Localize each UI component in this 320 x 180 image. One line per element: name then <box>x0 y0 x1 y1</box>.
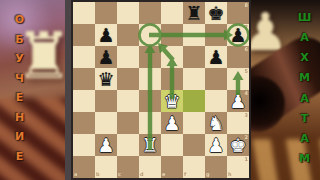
square-e2[interactable] <box>161 134 183 156</box>
piece-black-pawn: ♟ <box>205 46 227 68</box>
square-a7[interactable] <box>73 24 95 46</box>
square-b3[interactable] <box>95 112 117 134</box>
piece-white-knight: ♞ <box>205 112 227 134</box>
title-letter: М <box>299 153 310 164</box>
piece-black-king: ♚ <box>205 2 227 24</box>
square-c7[interactable] <box>117 24 139 46</box>
square-f3[interactable] <box>183 112 205 134</box>
square-a2[interactable] <box>73 134 95 156</box>
square-f1[interactable] <box>183 156 205 178</box>
piece-black-pawn: ♟ <box>95 24 117 46</box>
title-letter: М <box>299 72 310 83</box>
piece-black-rook: ♜ <box>183 2 205 24</box>
square-a5[interactable] <box>73 68 95 90</box>
square-e7[interactable] <box>161 24 183 46</box>
square-c3[interactable] <box>117 112 139 134</box>
square-e3[interactable]: ♟ <box>161 112 183 134</box>
square-b8[interactable] <box>95 2 117 24</box>
file-coordinate-g: g <box>206 172 210 177</box>
square-g6[interactable]: ♟ <box>205 46 227 68</box>
square-d2[interactable]: ♜ <box>139 134 161 156</box>
square-g4[interactable] <box>205 90 227 112</box>
title-letter: Ч <box>15 73 24 84</box>
square-c8[interactable] <box>117 2 139 24</box>
square-e6[interactable] <box>161 46 183 68</box>
piece-white-pawn: ♟ <box>95 134 117 156</box>
rank-coordinate-5: 5 <box>245 69 248 74</box>
square-e4[interactable]: ♛ <box>161 90 183 112</box>
title-letter: Т <box>301 113 309 124</box>
title-letter: Е <box>16 151 24 162</box>
title-letter: А <box>300 32 309 43</box>
title-letter: Х <box>300 52 308 63</box>
piece-white-pawn: ♟ <box>161 112 183 134</box>
rank-coordinate-8: 8 <box>245 3 248 8</box>
file-coordinate-a: a <box>74 172 77 177</box>
square-c2[interactable] <box>117 134 139 156</box>
square-c5[interactable] <box>117 68 139 90</box>
square-d7[interactable] <box>139 24 161 46</box>
square-f5[interactable] <box>183 68 205 90</box>
file-coordinate-c: c <box>118 172 121 177</box>
chess-board: ♜♚♟♟♟♟♛♛♟♟♞♟♜♟♚ 87654321abcdefgh <box>71 0 251 180</box>
square-d3[interactable] <box>139 112 161 134</box>
square-g8[interactable]: ♚ <box>205 2 227 24</box>
square-g7[interactable] <box>205 24 227 46</box>
title-letter: Е <box>16 92 24 103</box>
square-c4[interactable] <box>117 90 139 112</box>
rank-coordinate-4: 4 <box>245 91 248 96</box>
square-f2[interactable] <box>183 134 205 156</box>
left-vertical-title: ОБУЧЕНИЕ <box>11 14 28 162</box>
square-d4[interactable] <box>139 90 161 112</box>
rank-coordinate-1: 1 <box>245 157 248 162</box>
board-grid: ♜♚♟♟♟♟♛♛♟♟♞♟♜♟♚ <box>73 2 249 178</box>
square-f8[interactable]: ♜ <box>183 2 205 24</box>
piece-black-pawn: ♟ <box>95 46 117 68</box>
square-f6[interactable] <box>183 46 205 68</box>
square-c6[interactable] <box>117 46 139 68</box>
square-d6[interactable] <box>139 46 161 68</box>
square-a8[interactable] <box>73 2 95 24</box>
file-coordinate-e: e <box>162 172 165 177</box>
piece-white-rook: ♜ <box>139 134 161 156</box>
square-g2[interactable]: ♟ <box>205 134 227 156</box>
square-b6[interactable]: ♟ <box>95 46 117 68</box>
title-letter: А <box>300 93 309 104</box>
square-a3[interactable] <box>73 112 95 134</box>
square-b4[interactable] <box>95 90 117 112</box>
piece-black-queen: ♛ <box>95 68 117 90</box>
square-e8[interactable] <box>161 2 183 24</box>
square-b2[interactable]: ♟ <box>95 134 117 156</box>
title-letter: Н <box>15 112 24 123</box>
right-vertical-title: ШАХМАТАМ <box>296 12 313 164</box>
square-b7[interactable]: ♟ <box>95 24 117 46</box>
square-d5[interactable] <box>139 68 161 90</box>
title-letter: У <box>15 53 23 64</box>
title-letter: А <box>300 133 309 144</box>
title-letter: Б <box>15 34 23 45</box>
file-coordinate-h: h <box>228 172 232 177</box>
file-coordinate-f: f <box>184 172 186 177</box>
file-coordinate-d: d <box>140 172 144 177</box>
rank-coordinate-3: 3 <box>245 113 248 118</box>
piece-white-queen: ♛ <box>161 90 183 112</box>
rank-coordinate-6: 6 <box>245 47 248 52</box>
square-g5[interactable] <box>205 68 227 90</box>
file-coordinate-b: b <box>96 172 100 177</box>
square-d8[interactable] <box>139 2 161 24</box>
title-letter: И <box>15 131 24 142</box>
square-f4[interactable] <box>183 90 205 112</box>
title-letter: О <box>15 14 24 25</box>
square-e5[interactable] <box>161 68 183 90</box>
rank-coordinate-7: 7 <box>245 25 248 30</box>
square-b5[interactable]: ♛ <box>95 68 117 90</box>
square-g3[interactable]: ♞ <box>205 112 227 134</box>
video-frame: ♜ ♟ ОБУЧЕНИЕ ШАХМАТАМ ♜♚♟♟♟♟♛♛♟♟♞♟♜♟♚ 87… <box>0 0 320 180</box>
title-letter: Ш <box>298 12 312 23</box>
square-f7[interactable] <box>183 24 205 46</box>
piece-white-pawn: ♟ <box>205 134 227 156</box>
square-a6[interactable] <box>73 46 95 68</box>
rank-coordinate-2: 2 <box>245 135 248 140</box>
square-a4[interactable] <box>73 90 95 112</box>
